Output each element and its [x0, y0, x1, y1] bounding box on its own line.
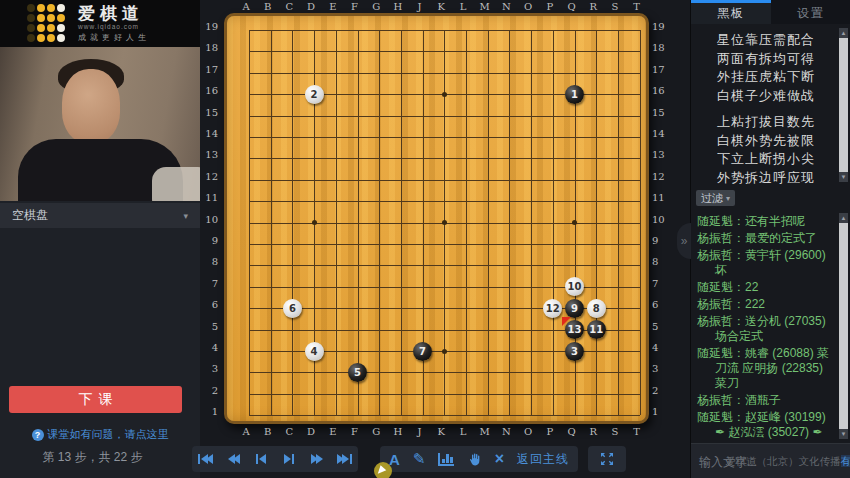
row-label-left: 9 [200, 235, 218, 246]
end-class-button[interactable]: 下课 [9, 386, 182, 413]
row-label-left: 6 [200, 299, 218, 310]
row-label-left: 3 [200, 363, 218, 374]
chat-message: 随延魁：赵延峰 (30199) ✒ 赵泓澐 (35027) ✒ [697, 410, 837, 440]
logo-dot [47, 4, 55, 12]
blackboard-line: 外挂压虎粘下断 [695, 68, 837, 87]
logo-dot [47, 14, 55, 22]
go-start-button[interactable] [192, 446, 220, 472]
board-grid: 12345678910111213 [249, 30, 640, 416]
row-label-left: 19 [200, 21, 218, 32]
fast-forward-button[interactable] [303, 446, 331, 472]
star-point [312, 220, 317, 225]
row-label-right: 8 [652, 256, 670, 267]
blackboard-line: 下立上断拐小尖 [695, 150, 837, 169]
col-label-top: E [323, 1, 343, 12]
row-label-right: 13 [652, 149, 670, 160]
blackboard-line: 白棋子少难做战 [695, 87, 837, 106]
logo-dot [37, 14, 45, 22]
chat-message: 随延魁：22 [697, 280, 837, 295]
white-stone-Q7: 10 [565, 277, 584, 296]
teacher-video-feed [0, 47, 200, 201]
col-label-top: F [345, 1, 365, 12]
row-label-right: 17 [652, 64, 670, 75]
chat-message: 杨振哲：送分机 (27035) 场合定式 [697, 314, 837, 344]
row-label-right: 15 [652, 107, 670, 118]
chat-message: 杨振哲：黄宇轩 (29600) 坏 [697, 248, 837, 278]
logo-dot [37, 34, 45, 42]
stone-move-number: 10 [568, 281, 582, 292]
grid-line [488, 30, 489, 415]
scrollbar-thumb[interactable] [839, 38, 848, 172]
row-label-right: 6 [652, 299, 670, 310]
tab-settings[interactable]: 设置 [771, 0, 850, 24]
brand-text: 爱棋道 www.iqidao.com 成就更好人生 [78, 5, 150, 43]
black-stone-Q16: 1 [565, 85, 584, 104]
blackboard-line: 外势拆边呼应现 [695, 169, 837, 188]
stone-move-number: 5 [354, 367, 361, 378]
col-label-top: O [518, 1, 538, 12]
col-label-top: D [301, 1, 321, 12]
brand-name: 爱棋道 [78, 5, 150, 22]
col-label-top: C [279, 1, 299, 12]
col-label-bottom: K [431, 426, 451, 437]
row-label-left: 17 [200, 64, 218, 75]
col-label-top: Q [562, 1, 582, 12]
chat-input-row: 输入文字... 爱棋道（北京）文化传播有限公司 [691, 443, 850, 478]
black-stone-F3: 5 [348, 363, 367, 382]
row-label-right: 14 [652, 128, 670, 139]
col-label-top: R [583, 1, 603, 12]
col-label-top: T [627, 1, 647, 12]
col-label-top: L [453, 1, 473, 12]
stone-move-number: 12 [546, 303, 560, 314]
black-stone-R5: 11 [587, 320, 606, 339]
stone-move-number: 8 [593, 303, 600, 314]
left-panel: 爱棋道 www.iqidao.com 成就更好人生 空棋盘 ▾ 下课 ? 课堂如… [0, 0, 200, 478]
step-forward-button[interactable] [275, 446, 303, 472]
erase-tool-button[interactable]: × [495, 450, 504, 468]
hand-icon [467, 452, 482, 467]
logo-dot [57, 14, 65, 22]
go-end-button[interactable] [330, 446, 358, 472]
scroll-up-icon[interactable]: ▲ [839, 213, 848, 223]
grid-line [553, 30, 554, 415]
tab-blackboard[interactable]: 黑板 [691, 0, 771, 24]
col-label-bottom: E [323, 426, 343, 437]
row-label-left: 7 [200, 278, 218, 289]
col-label-bottom: A [236, 426, 256, 437]
row-label-left: 18 [200, 42, 218, 53]
blackboard-line: 上粘打拔目数先 [695, 113, 837, 132]
blackboard-line: 星位靠压需配合 [695, 31, 837, 50]
chat-message: 随延魁：还有半招呢 [697, 214, 837, 229]
black-stone-Q4: 3 [565, 342, 584, 361]
logo-dot [47, 34, 55, 42]
chat-message: 杨振哲：222 [697, 297, 837, 312]
blackboard-line: 两面有拆均可得 [695, 50, 837, 69]
scroll-up-icon[interactable]: ▲ [839, 28, 848, 38]
fast-rewind-button[interactable] [220, 446, 248, 472]
stone-move-number: 6 [289, 303, 296, 314]
grid-line [596, 30, 597, 415]
chat-message: 杨振哲：酒瓶子 [697, 393, 837, 408]
company-watermark: 爱棋道（北京）文化传播有限公司 [725, 455, 850, 469]
chat-scrollbar[interactable]: ▲ ▼ [839, 213, 848, 439]
logo-dot [37, 24, 45, 32]
stone-move-number: 7 [419, 346, 426, 357]
grid-line [509, 30, 510, 415]
stone-move-number: 11 [589, 324, 603, 335]
white-stone-C6: 6 [283, 299, 302, 318]
hand-tool-button[interactable] [467, 452, 482, 467]
stone-move-number: 1 [571, 89, 578, 100]
board-select-value: 空棋盘 [12, 207, 48, 224]
col-label-bottom: F [345, 426, 365, 437]
stone-move-number: 3 [571, 346, 578, 357]
move-counter: 第 13 步，共 22 步 [0, 449, 185, 466]
expand-button[interactable] [599, 451, 615, 467]
go-board[interactable]: 12345678910111213 [224, 13, 649, 424]
row-label-right: 19 [652, 21, 670, 32]
col-label-bottom: B [258, 426, 278, 437]
blackboard-scrollbar[interactable]: ▲ ▼ [839, 28, 848, 182]
star-point [442, 349, 447, 354]
presenter-cursor [374, 462, 392, 478]
col-label-bottom: C [279, 426, 299, 437]
row-label-right: 4 [652, 342, 670, 353]
col-label-top: A [236, 1, 256, 12]
col-label-top: G [366, 1, 386, 12]
black-stone-Q6: 9 [565, 299, 584, 318]
white-stone-R6: 8 [587, 299, 606, 318]
logo-dot [27, 4, 35, 12]
row-label-left: 2 [200, 385, 218, 396]
row-label-left: 5 [200, 321, 218, 332]
grid-line [249, 244, 640, 245]
row-label-right: 10 [652, 214, 670, 225]
logo-dot [47, 24, 55, 32]
col-label-top: J [410, 1, 430, 12]
logo-bar: 爱棋道 www.iqidao.com 成就更好人生 [0, 0, 200, 47]
logo-dot [57, 24, 65, 32]
grid-line [249, 372, 640, 373]
row-label-left: 1 [200, 406, 218, 417]
col-label-top: M [475, 1, 495, 12]
col-label-top: N [496, 1, 516, 12]
row-label-left: 16 [200, 85, 218, 96]
board-select-dropdown[interactable]: 空棋盘 ▾ [0, 203, 200, 228]
col-label-top: B [258, 1, 278, 12]
annotation-tools: A ✎ × 返回主线 [380, 446, 578, 472]
bar-chart-icon [438, 453, 454, 466]
stone-move-number: 2 [311, 89, 318, 100]
board-panel: 12345678910111213 AABBCCDDEEFFGGHHJJKKLL… [200, 0, 690, 478]
grid-line [531, 30, 532, 415]
panel-tabs: 黑板 设置 [691, 0, 850, 24]
black-stone-J4: 7 [413, 342, 432, 361]
row-label-left: 8 [200, 256, 218, 267]
scroll-down-icon[interactable]: ▼ [839, 429, 848, 439]
chair-cushion [152, 167, 200, 201]
row-label-left: 10 [200, 214, 218, 225]
star-point [442, 92, 447, 97]
brand-logo-icon [27, 4, 66, 43]
chat-message: 杨振哲：最爱的定式了 [697, 231, 837, 246]
star-point [442, 220, 447, 225]
chat-message-list: 随延魁：还有半招呢杨振哲：最爱的定式了杨振哲：黄宇轩 (29600) 坏随延魁：… [691, 210, 839, 443]
scrollbar-thumb[interactable] [839, 223, 848, 429]
row-label-right: 3 [652, 363, 670, 374]
stone-move-number: 9 [571, 303, 578, 314]
logo-dot [27, 34, 35, 42]
black-stone-Q5: 13 [565, 320, 584, 339]
row-label-right: 16 [652, 85, 670, 96]
col-label-top: K [431, 1, 451, 12]
col-label-top: S [605, 1, 625, 12]
grid-line [466, 30, 467, 415]
col-label-bottom: M [475, 426, 495, 437]
col-label-bottom: S [605, 426, 625, 437]
logo-dot [37, 4, 45, 12]
col-label-bottom: L [453, 426, 473, 437]
fullscreen-group [588, 446, 626, 472]
scroll-down-icon[interactable]: ▼ [839, 172, 848, 182]
col-label-top: H [388, 1, 408, 12]
brush-tool-button[interactable]: ✎ [413, 450, 426, 468]
logo-dot [57, 4, 65, 12]
logo-dot [27, 24, 35, 32]
help-link[interactable]: ? 课堂如有问题，请点这里 [0, 427, 200, 442]
iqidao-classroom-app: 爱棋道 www.iqidao.com 成就更好人生 空棋盘 ▾ 下课 ? 课堂如… [0, 0, 850, 478]
row-label-left: 4 [200, 342, 218, 353]
row-label-right: 7 [652, 278, 670, 289]
brand-slogan: 成就更好人生 [78, 32, 150, 43]
playback-controls [192, 446, 358, 472]
logo-dot [57, 34, 65, 42]
grid-line [249, 394, 640, 395]
col-label-bottom: R [583, 426, 603, 437]
col-label-bottom: O [518, 426, 538, 437]
collapse-panel-handle[interactable]: » [677, 223, 691, 259]
chevron-down-icon: ▾ [726, 194, 730, 203]
col-label-bottom: G [366, 426, 386, 437]
text-tool-button[interactable]: A [389, 451, 400, 468]
row-label-right: 18 [652, 42, 670, 53]
right-panel: 黑板 设置 星位靠压需配合两面有拆均可得外挂压虎粘下断白棋子少难做战上粘打拔目数… [690, 0, 850, 478]
expand-icon [599, 451, 615, 467]
brand-url: www.iqidao.com [78, 23, 150, 30]
current-move-marker [562, 317, 571, 326]
col-label-bottom: T [627, 426, 647, 437]
col-label-bottom: H [388, 426, 408, 437]
step-back-button[interactable] [247, 446, 275, 472]
grid-line [640, 30, 641, 415]
row-label-right: 2 [652, 385, 670, 396]
chat-message: 随延魁：姚睿 (26088) 菜刀流 应明扬 (22835) 菜刀 [697, 346, 837, 391]
question-icon: ? [32, 429, 44, 441]
person-face [62, 69, 120, 143]
grid-line [249, 265, 640, 266]
blackboard-notes: 星位靠压需配合两面有拆均可得外挂压虎粘下断白棋子少难做战上粘打拔目数先白棋外势先… [691, 24, 850, 186]
row-label-left: 11 [200, 192, 218, 203]
chat-filter-dropdown[interactable]: 过滤 ▾ [696, 190, 735, 206]
row-label-right: 11 [652, 192, 670, 203]
star-point [572, 220, 577, 225]
row-label-right: 5 [652, 321, 670, 332]
col-label-bottom: P [540, 426, 560, 437]
col-label-bottom: D [301, 426, 321, 437]
white-stone-P6: 12 [543, 299, 562, 318]
chevron-down-icon: ▾ [183, 211, 188, 221]
row-label-left: 15 [200, 107, 218, 118]
row-label-left: 12 [200, 171, 218, 182]
grid-line [249, 415, 640, 416]
row-label-left: 13 [200, 149, 218, 160]
col-label-bottom: Q [562, 426, 582, 437]
back-to-mainline-button[interactable]: 返回主线 [517, 451, 569, 468]
white-stone-D16: 2 [305, 85, 324, 104]
filter-label: 过滤 [701, 191, 723, 206]
row-label-right: 9 [652, 235, 670, 246]
white-stone-D4: 4 [305, 342, 324, 361]
blackboard-line [695, 105, 837, 113]
col-label-bottom: J [410, 426, 430, 437]
row-label-right: 12 [652, 171, 670, 182]
row-label-right: 1 [652, 406, 670, 417]
blackboard-line: 白棋外势先被限 [695, 132, 837, 151]
logo-dot [27, 14, 35, 22]
chart-tool-button[interactable] [438, 453, 454, 466]
col-label-bottom: N [496, 426, 516, 437]
grid-line [618, 30, 619, 415]
stone-move-number: 4 [311, 346, 318, 357]
help-text: 课堂如有问题，请点这里 [48, 427, 169, 442]
row-label-left: 14 [200, 128, 218, 139]
col-label-top: P [540, 1, 560, 12]
